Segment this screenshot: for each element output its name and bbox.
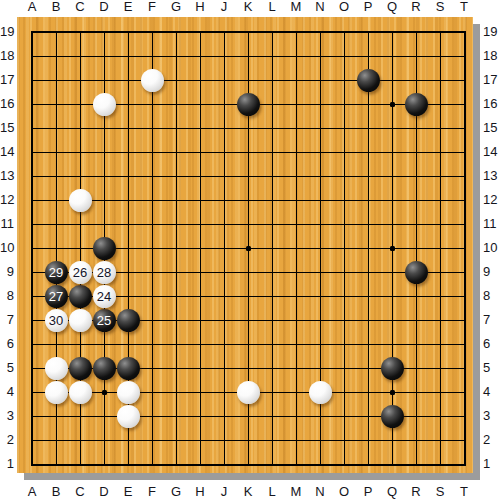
stone-white-B5[interactable] bbox=[45, 357, 68, 380]
stone-white-C12[interactable] bbox=[69, 189, 92, 212]
stone-white-C7[interactable] bbox=[69, 309, 92, 332]
move-number-30: 30 bbox=[45, 309, 68, 332]
stone-black-P17[interactable] bbox=[357, 69, 380, 92]
stone-black-D7[interactable]: 25 bbox=[93, 309, 116, 332]
row-label-right-1: 1 bbox=[483, 456, 490, 472]
row-label-left-1: 1 bbox=[0, 456, 14, 472]
col-label-bottom-R: R bbox=[411, 484, 420, 500]
row-label-right-19: 19 bbox=[483, 24, 497, 40]
move-number-25: 25 bbox=[93, 309, 116, 332]
grid-line-vertical bbox=[440, 32, 441, 465]
col-label-bottom-S: S bbox=[436, 484, 445, 500]
row-label-right-14: 14 bbox=[483, 144, 497, 160]
col-label-bottom-T: T bbox=[460, 484, 468, 500]
col-label-bottom-L: L bbox=[268, 484, 275, 500]
row-label-left-13: 13 bbox=[0, 168, 14, 184]
stone-black-D10[interactable] bbox=[93, 237, 116, 260]
row-label-right-12: 12 bbox=[483, 192, 497, 208]
grid-line-vertical bbox=[296, 32, 297, 465]
col-label-top-E: E bbox=[124, 0, 133, 15]
row-label-left-14: 14 bbox=[0, 144, 14, 160]
stone-white-E3[interactable] bbox=[117, 405, 140, 428]
row-label-right-7: 7 bbox=[483, 312, 490, 328]
col-label-top-J: J bbox=[221, 0, 228, 15]
col-label-top-O: O bbox=[339, 0, 349, 15]
grid-line-vertical bbox=[368, 32, 369, 465]
stone-white-B4[interactable] bbox=[45, 381, 68, 404]
stone-white-N4[interactable] bbox=[309, 381, 332, 404]
star-point-D4 bbox=[102, 390, 107, 395]
col-label-top-F: F bbox=[148, 0, 156, 15]
row-label-left-19: 19 bbox=[0, 24, 14, 40]
stone-white-C4[interactable] bbox=[69, 381, 92, 404]
col-label-bottom-J: J bbox=[221, 484, 228, 500]
star-point-K10 bbox=[246, 246, 251, 251]
row-label-right-15: 15 bbox=[483, 120, 497, 136]
row-label-left-8: 8 bbox=[0, 288, 14, 304]
row-label-right-18: 18 bbox=[483, 48, 497, 64]
stone-white-D9[interactable]: 28 bbox=[93, 261, 116, 284]
row-label-left-4: 4 bbox=[0, 384, 14, 400]
stone-black-B9[interactable]: 29 bbox=[45, 261, 68, 284]
col-label-top-P: P bbox=[364, 0, 373, 15]
row-label-right-6: 6 bbox=[483, 336, 490, 352]
grid-line-horizontal bbox=[32, 440, 465, 441]
stone-black-E7[interactable] bbox=[117, 309, 140, 332]
move-number-24: 24 bbox=[93, 285, 116, 308]
stone-black-B8[interactable]: 27 bbox=[45, 285, 68, 308]
goban[interactable]: 29272526282430 bbox=[17, 17, 473, 473]
col-label-top-A: A bbox=[28, 0, 37, 15]
col-label-top-Q: Q bbox=[387, 0, 397, 15]
row-label-right-4: 4 bbox=[483, 384, 490, 400]
col-label-bottom-P: P bbox=[364, 484, 373, 500]
row-label-left-17: 17 bbox=[0, 72, 14, 88]
grid-line-horizontal bbox=[32, 344, 465, 345]
stone-black-C5[interactable] bbox=[69, 357, 92, 380]
col-label-top-N: N bbox=[315, 0, 324, 15]
stone-black-E5[interactable] bbox=[117, 357, 140, 380]
row-label-left-3: 3 bbox=[0, 408, 14, 424]
col-label-bottom-B: B bbox=[52, 484, 61, 500]
col-label-top-L: L bbox=[268, 0, 275, 15]
stone-white-C9[interactable]: 26 bbox=[69, 261, 92, 284]
col-label-top-T: T bbox=[460, 0, 468, 15]
stone-black-R9[interactable] bbox=[405, 261, 428, 284]
row-label-left-6: 6 bbox=[0, 336, 14, 352]
stone-black-Q5[interactable] bbox=[381, 357, 404, 380]
row-label-left-2: 2 bbox=[0, 432, 14, 448]
col-label-top-G: G bbox=[171, 0, 181, 15]
col-label-bottom-Q: Q bbox=[387, 484, 397, 500]
row-label-left-16: 16 bbox=[0, 96, 14, 112]
go-diagram-root: 29272526282430 AABBCCDDEEFFGGHHJJKKLLMMN… bbox=[0, 0, 500, 500]
row-label-right-17: 17 bbox=[483, 72, 497, 88]
star-point-Q16 bbox=[390, 102, 395, 107]
move-number-29: 29 bbox=[45, 261, 68, 284]
grid-line-vertical bbox=[344, 32, 345, 465]
col-label-top-H: H bbox=[195, 0, 204, 15]
move-number-28: 28 bbox=[93, 261, 116, 284]
stone-white-D8[interactable]: 24 bbox=[93, 285, 116, 308]
stone-white-E4[interactable] bbox=[117, 381, 140, 404]
stone-black-C8[interactable] bbox=[69, 285, 92, 308]
col-label-bottom-G: G bbox=[171, 484, 181, 500]
col-label-bottom-N: N bbox=[315, 484, 324, 500]
row-label-right-13: 13 bbox=[483, 168, 497, 184]
col-label-bottom-E: E bbox=[124, 484, 133, 500]
move-number-26: 26 bbox=[69, 261, 92, 284]
stone-white-K4[interactable] bbox=[237, 381, 260, 404]
col-label-top-K: K bbox=[244, 0, 253, 15]
col-label-top-M: M bbox=[291, 0, 302, 15]
col-label-top-R: R bbox=[411, 0, 420, 15]
row-label-right-11: 11 bbox=[483, 216, 497, 232]
row-label-right-8: 8 bbox=[483, 288, 490, 304]
col-label-bottom-K: K bbox=[244, 484, 253, 500]
row-label-left-18: 18 bbox=[0, 48, 14, 64]
col-label-bottom-H: H bbox=[195, 484, 204, 500]
col-label-top-D: D bbox=[99, 0, 108, 15]
col-label-top-B: B bbox=[52, 0, 61, 15]
col-label-bottom-D: D bbox=[99, 484, 108, 500]
row-label-right-9: 9 bbox=[483, 264, 490, 280]
row-label-left-12: 12 bbox=[0, 192, 14, 208]
stone-black-K16[interactable] bbox=[237, 93, 260, 116]
col-label-bottom-O: O bbox=[339, 484, 349, 500]
row-label-left-7: 7 bbox=[0, 312, 14, 328]
row-label-left-10: 10 bbox=[0, 240, 14, 256]
col-label-top-C: C bbox=[75, 0, 84, 15]
stone-black-D5[interactable] bbox=[93, 357, 116, 380]
row-label-right-2: 2 bbox=[483, 432, 490, 448]
stone-black-Q3[interactable] bbox=[381, 405, 404, 428]
row-label-left-5: 5 bbox=[0, 360, 14, 376]
stone-white-D16[interactable] bbox=[93, 93, 116, 116]
stone-white-B7[interactable]: 30 bbox=[45, 309, 68, 332]
col-label-bottom-C: C bbox=[75, 484, 84, 500]
col-label-top-S: S bbox=[436, 0, 445, 15]
star-point-Q4 bbox=[390, 390, 395, 395]
row-label-right-5: 5 bbox=[483, 360, 490, 376]
stone-black-R16[interactable] bbox=[405, 93, 428, 116]
row-label-right-16: 16 bbox=[483, 96, 497, 112]
star-point-Q10 bbox=[390, 246, 395, 251]
col-label-bottom-F: F bbox=[148, 484, 156, 500]
row-label-left-11: 11 bbox=[0, 216, 14, 232]
grid-line-vertical bbox=[272, 32, 273, 465]
row-label-right-10: 10 bbox=[483, 240, 497, 256]
col-label-bottom-A: A bbox=[28, 484, 37, 500]
col-label-bottom-M: M bbox=[291, 484, 302, 500]
row-label-left-9: 9 bbox=[0, 264, 14, 280]
row-label-left-15: 15 bbox=[0, 120, 14, 136]
stone-white-F17[interactable] bbox=[141, 69, 164, 92]
move-number-27: 27 bbox=[45, 285, 68, 308]
row-label-right-3: 3 bbox=[483, 408, 490, 424]
